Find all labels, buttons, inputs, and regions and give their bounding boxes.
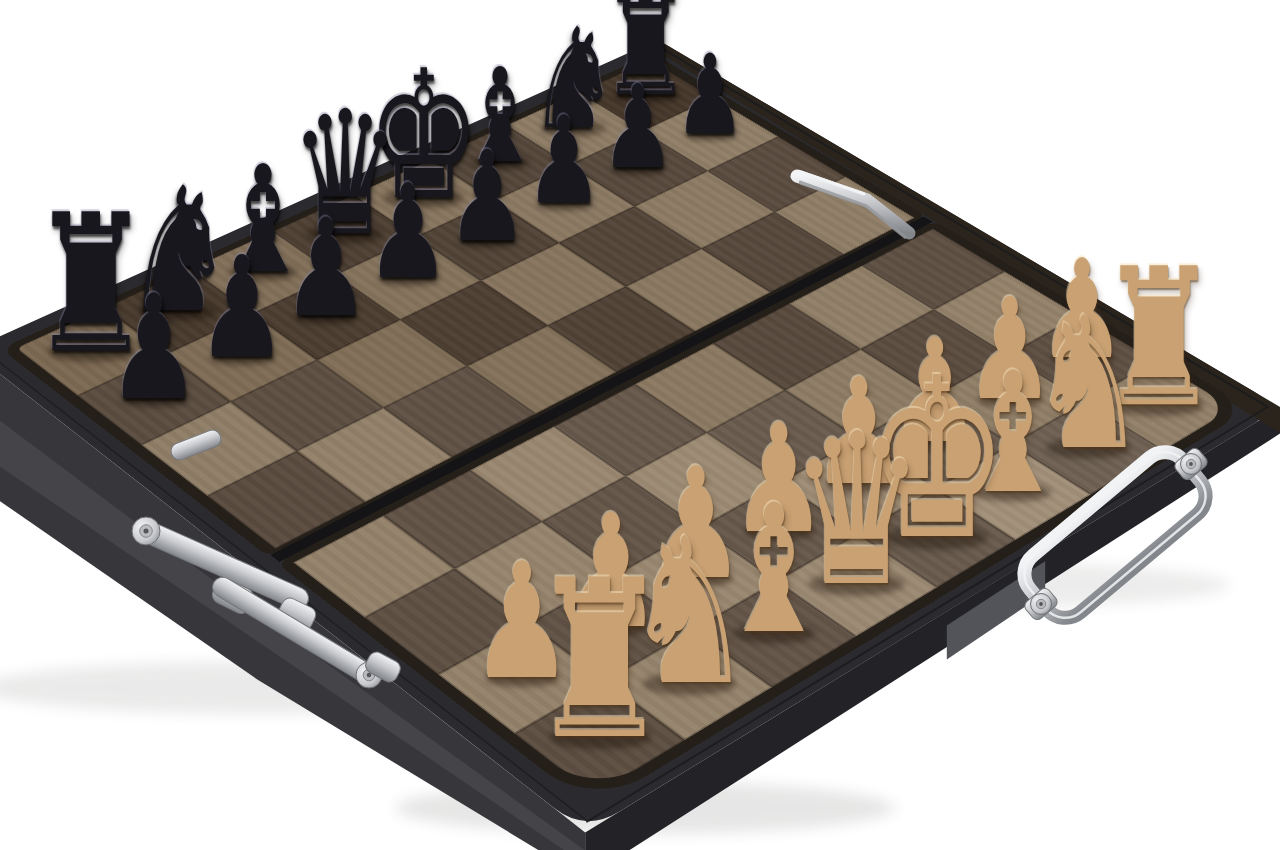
piece-black-pawn-h7[interactable]: ♟ — [675, 40, 746, 150]
piece-black-pawn-d7[interactable]: ♟ — [366, 167, 450, 297]
piece-black-pawn-f7[interactable]: ♟ — [525, 101, 603, 221]
piece-black-pawn-a7[interactable]: ♟ — [107, 276, 200, 421]
pieces-layer: ♜♞♟♝♟♚♟♛♟♝♟♞♟♜♟♟♟♟♜♟♞♟♝♟♚♟♛♟♝♟♞♜ — [0, 0, 1280, 850]
chess-set-photo-scene: ♜♞♟♝♟♚♟♛♟♝♟♞♟♜♟♟♟♟♜♟♞♟♝♟♚♟♛♟♝♟♞♜ — [0, 0, 1280, 850]
piece-black-pawn-g7[interactable]: ♟ — [601, 70, 675, 185]
piece-black-pawn-b7[interactable]: ♟ — [197, 238, 287, 378]
piece-white-rook-a1[interactable]: ♜ — [529, 551, 670, 770]
piece-black-pawn-e7[interactable]: ♟ — [447, 134, 528, 259]
piece-black-pawn-c7[interactable]: ♟ — [283, 202, 370, 337]
